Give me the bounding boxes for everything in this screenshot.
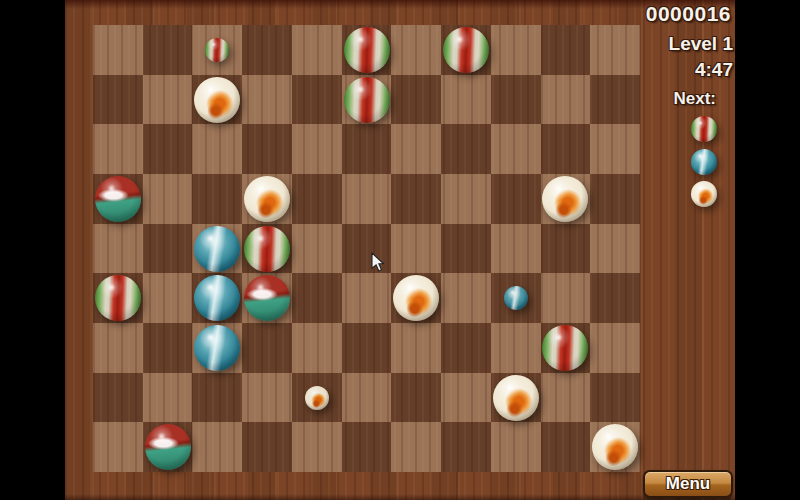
marble-white-orange[interactable] — [592, 424, 638, 470]
board-cell-8-1[interactable] — [491, 75, 541, 125]
timer-display: 4:47 — [695, 59, 733, 81]
board-cell-3-1[interactable] — [242, 75, 292, 125]
board-cell-7-4[interactable] — [441, 224, 491, 274]
marble-red-green[interactable] — [205, 38, 229, 62]
board-cell-9-0[interactable] — [541, 25, 591, 75]
board-cell-1-0[interactable] — [143, 25, 193, 75]
board-cell-2-8[interactable] — [192, 422, 242, 472]
board-cell-0-0[interactable] — [93, 25, 143, 75]
marble-red-green[interactable] — [95, 275, 141, 321]
board-cell-0-7[interactable] — [93, 373, 143, 423]
board-cell-2-2[interactable] — [192, 124, 242, 174]
board-cell-4-4[interactable] — [292, 224, 342, 274]
board-cell-6-2[interactable] — [391, 124, 441, 174]
board-cell-10-1[interactable] — [590, 75, 640, 125]
score-display: 0000016 — [646, 2, 731, 26]
marble-white-orange[interactable] — [305, 386, 329, 410]
board-cell-3-6[interactable] — [242, 323, 292, 373]
board-cell-7-2[interactable] — [441, 124, 491, 174]
board-cell-9-1[interactable] — [541, 75, 591, 125]
board-cell-10-6[interactable] — [590, 323, 640, 373]
board-cell-2-3[interactable] — [192, 174, 242, 224]
game-screen: 0000016 Level 1 4:47 Next: Menu — [0, 0, 800, 500]
marble-white-orange[interactable] — [542, 176, 588, 222]
board-cell-0-8[interactable] — [93, 422, 143, 472]
board-cell-8-3[interactable] — [491, 174, 541, 224]
board-cell-6-8[interactable] — [391, 422, 441, 472]
board-cell-8-2[interactable] — [491, 124, 541, 174]
board-cell-7-8[interactable] — [441, 422, 491, 472]
board-cell-7-7[interactable] — [441, 373, 491, 423]
board-cell-1-3[interactable] — [143, 174, 193, 224]
marble-white-orange[interactable] — [194, 77, 240, 123]
board-cell-3-2[interactable] — [242, 124, 292, 174]
board-cell-10-5[interactable] — [590, 273, 640, 323]
marble-red-green[interactable] — [244, 226, 290, 272]
board-cell-9-5[interactable] — [541, 273, 591, 323]
next-label: Next: — [673, 89, 716, 109]
board-cell-3-0[interactable] — [242, 25, 292, 75]
marble-white-orange[interactable] — [244, 176, 290, 222]
board-cell-7-1[interactable] — [441, 75, 491, 125]
board-cell-6-4[interactable] — [391, 224, 441, 274]
board-cell-10-7[interactable] — [590, 373, 640, 423]
marble-red-green[interactable] — [542, 325, 588, 371]
board-cell-1-5[interactable] — [143, 273, 193, 323]
board-cell-9-2[interactable] — [541, 124, 591, 174]
board-cell-9-4[interactable] — [541, 224, 591, 274]
board-cell-9-8[interactable] — [541, 422, 591, 472]
marble-red-green[interactable] — [344, 27, 390, 73]
board-cell-4-0[interactable] — [292, 25, 342, 75]
board-cell-10-4[interactable] — [590, 224, 640, 274]
board-cell-3-8[interactable] — [242, 422, 292, 472]
board-cell-4-1[interactable] — [292, 75, 342, 125]
next-marble-teal — [691, 149, 717, 175]
board-cell-6-7[interactable] — [391, 373, 441, 423]
board-cell-5-5[interactable] — [342, 273, 392, 323]
marble-red-teal[interactable] — [244, 275, 290, 321]
board-cell-5-4[interactable] — [342, 224, 392, 274]
menu-button[interactable]: Menu — [643, 470, 733, 498]
board-cell-0-4[interactable] — [93, 224, 143, 274]
board-cell-7-6[interactable] — [441, 323, 491, 373]
board-cell-8-6[interactable] — [491, 323, 541, 373]
marble-teal[interactable] — [194, 275, 240, 321]
board-cell-10-2[interactable] — [590, 124, 640, 174]
board-cell-5-6[interactable] — [342, 323, 392, 373]
board-cell-5-3[interactable] — [342, 174, 392, 224]
marble-white-orange[interactable] — [493, 375, 539, 421]
board-cell-4-6[interactable] — [292, 323, 342, 373]
marble-teal[interactable] — [194, 226, 240, 272]
board-cell-4-8[interactable] — [292, 422, 342, 472]
board-cell-9-7[interactable] — [541, 373, 591, 423]
board-cell-7-3[interactable] — [441, 174, 491, 224]
board-cell-4-2[interactable] — [292, 124, 342, 174]
board-cell-4-5[interactable] — [292, 273, 342, 323]
marble-red-teal[interactable] — [145, 424, 191, 470]
marble-red-teal[interactable] — [95, 176, 141, 222]
next-marble-red-green — [691, 116, 717, 142]
board-cell-5-7[interactable] — [342, 373, 392, 423]
board-cell-3-7[interactable] — [242, 373, 292, 423]
board-cell-8-4[interactable] — [491, 224, 541, 274]
board-cell-5-2[interactable] — [342, 124, 392, 174]
board-cell-8-8[interactable] — [491, 422, 541, 472]
board-cell-1-6[interactable] — [143, 323, 193, 373]
level-display: Level 1 — [669, 33, 733, 55]
board-cell-8-0[interactable] — [491, 25, 541, 75]
board-cell-6-3[interactable] — [391, 174, 441, 224]
marble-white-orange[interactable] — [393, 275, 439, 321]
board-cell-2-7[interactable] — [192, 373, 242, 423]
board-cell-6-6[interactable] — [391, 323, 441, 373]
board-cell-7-5[interactable] — [441, 273, 491, 323]
board-cell-0-1[interactable] — [93, 75, 143, 125]
board-cell-10-0[interactable] — [590, 25, 640, 75]
board-cell-1-7[interactable] — [143, 373, 193, 423]
board-cell-4-3[interactable] — [292, 174, 342, 224]
marble-teal[interactable] — [194, 325, 240, 371]
marble-red-green[interactable] — [344, 77, 390, 123]
board-cell-10-3[interactable] — [590, 174, 640, 224]
board-cell-1-4[interactable] — [143, 224, 193, 274]
marble-teal[interactable] — [504, 286, 528, 310]
board-cell-1-1[interactable] — [143, 75, 193, 125]
board-cell-6-0[interactable] — [391, 25, 441, 75]
next-marble-white-orange — [691, 181, 717, 207]
marble-red-green[interactable] — [443, 27, 489, 73]
board-cell-0-6[interactable] — [93, 323, 143, 373]
board-cell-5-8[interactable] — [342, 422, 392, 472]
board-cell-6-1[interactable] — [391, 75, 441, 125]
board-cell-1-2[interactable] — [143, 124, 193, 174]
board-cell-0-2[interactable] — [93, 124, 143, 174]
